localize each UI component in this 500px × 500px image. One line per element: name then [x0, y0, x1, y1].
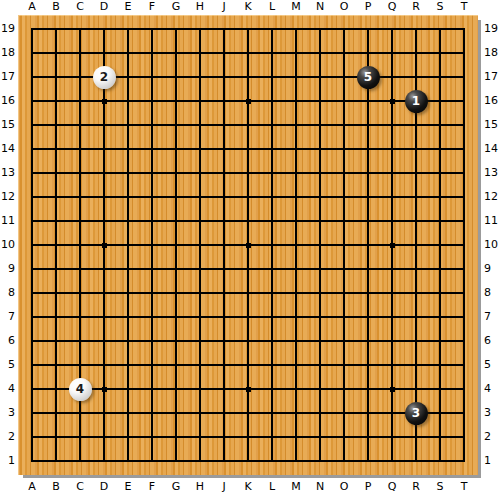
intersection-Q11[interactable] [380, 209, 404, 233]
intersection-H13[interactable] [188, 161, 212, 185]
intersection-L18[interactable] [260, 41, 284, 65]
intersection-J17[interactable] [212, 65, 236, 89]
intersection-O13[interactable] [332, 161, 356, 185]
intersection-J8[interactable] [212, 281, 236, 305]
intersection-A10[interactable] [20, 233, 44, 257]
intersection-N12[interactable] [308, 185, 332, 209]
intersection-B4[interactable] [44, 377, 68, 401]
intersection-K12[interactable] [236, 185, 260, 209]
intersection-G19[interactable] [164, 17, 188, 41]
intersection-R7[interactable] [404, 305, 428, 329]
intersection-R13[interactable] [404, 161, 428, 185]
intersection-G2[interactable] [164, 425, 188, 449]
intersection-G10[interactable] [164, 233, 188, 257]
intersection-P15[interactable] [356, 113, 380, 137]
intersection-H10[interactable] [188, 233, 212, 257]
intersection-H3[interactable] [188, 401, 212, 425]
intersection-C7[interactable] [68, 305, 92, 329]
intersection-Q3[interactable] [380, 401, 404, 425]
intersection-R5[interactable] [404, 353, 428, 377]
intersection-P6[interactable] [356, 329, 380, 353]
intersection-F14[interactable] [140, 137, 164, 161]
intersection-R12[interactable] [404, 185, 428, 209]
intersection-T7[interactable] [452, 305, 476, 329]
intersection-F16[interactable] [140, 89, 164, 113]
intersection-S5[interactable] [428, 353, 452, 377]
intersection-C10[interactable] [68, 233, 92, 257]
intersection-E14[interactable] [116, 137, 140, 161]
intersection-M6[interactable] [284, 329, 308, 353]
intersection-P14[interactable] [356, 137, 380, 161]
intersection-C19[interactable] [68, 17, 92, 41]
intersection-H14[interactable] [188, 137, 212, 161]
intersection-J11[interactable] [212, 209, 236, 233]
intersection-H2[interactable] [188, 425, 212, 449]
intersection-G16[interactable] [164, 89, 188, 113]
intersection-G14[interactable] [164, 137, 188, 161]
intersection-M8[interactable] [284, 281, 308, 305]
intersection-T1[interactable] [452, 449, 476, 473]
intersection-K19[interactable] [236, 17, 260, 41]
intersection-G12[interactable] [164, 185, 188, 209]
intersection-O4[interactable] [332, 377, 356, 401]
intersection-J7[interactable] [212, 305, 236, 329]
intersection-E12[interactable] [116, 185, 140, 209]
intersection-K7[interactable] [236, 305, 260, 329]
intersection-O12[interactable] [332, 185, 356, 209]
intersection-R3[interactable]: 3 [404, 401, 428, 425]
intersection-A2[interactable] [20, 425, 44, 449]
intersection-E11[interactable] [116, 209, 140, 233]
intersection-T10[interactable] [452, 233, 476, 257]
intersection-D9[interactable] [92, 257, 116, 281]
intersection-T15[interactable] [452, 113, 476, 137]
intersection-L8[interactable] [260, 281, 284, 305]
intersection-T9[interactable] [452, 257, 476, 281]
intersection-R19[interactable] [404, 17, 428, 41]
intersection-B13[interactable] [44, 161, 68, 185]
intersection-O6[interactable] [332, 329, 356, 353]
intersection-F12[interactable] [140, 185, 164, 209]
intersection-N19[interactable] [308, 17, 332, 41]
intersection-K9[interactable] [236, 257, 260, 281]
intersection-K5[interactable] [236, 353, 260, 377]
intersection-F7[interactable] [140, 305, 164, 329]
intersection-B16[interactable] [44, 89, 68, 113]
intersection-P19[interactable] [356, 17, 380, 41]
intersection-M2[interactable] [284, 425, 308, 449]
intersection-R14[interactable] [404, 137, 428, 161]
intersection-F1[interactable] [140, 449, 164, 473]
intersection-P10[interactable] [356, 233, 380, 257]
intersection-S1[interactable] [428, 449, 452, 473]
intersection-P16[interactable] [356, 89, 380, 113]
intersection-T4[interactable] [452, 377, 476, 401]
intersection-B5[interactable] [44, 353, 68, 377]
intersection-Q18[interactable] [380, 41, 404, 65]
intersection-B10[interactable] [44, 233, 68, 257]
intersection-Q10[interactable] [380, 233, 404, 257]
intersection-P1[interactable] [356, 449, 380, 473]
intersection-N1[interactable] [308, 449, 332, 473]
intersection-O16[interactable] [332, 89, 356, 113]
intersection-C5[interactable] [68, 353, 92, 377]
intersection-P5[interactable] [356, 353, 380, 377]
intersection-Q7[interactable] [380, 305, 404, 329]
intersection-A7[interactable] [20, 305, 44, 329]
intersection-F2[interactable] [140, 425, 164, 449]
intersection-E18[interactable] [116, 41, 140, 65]
intersection-K6[interactable] [236, 329, 260, 353]
intersection-H19[interactable] [188, 17, 212, 41]
intersection-R16[interactable]: 1 [404, 89, 428, 113]
intersection-R18[interactable] [404, 41, 428, 65]
intersection-L3[interactable] [260, 401, 284, 425]
intersection-L13[interactable] [260, 161, 284, 185]
intersection-A8[interactable] [20, 281, 44, 305]
intersection-S14[interactable] [428, 137, 452, 161]
intersection-M12[interactable] [284, 185, 308, 209]
intersection-P18[interactable] [356, 41, 380, 65]
intersection-Q6[interactable] [380, 329, 404, 353]
intersection-D12[interactable] [92, 185, 116, 209]
intersection-G11[interactable] [164, 209, 188, 233]
intersection-R9[interactable] [404, 257, 428, 281]
intersection-C12[interactable] [68, 185, 92, 209]
intersection-F17[interactable] [140, 65, 164, 89]
intersection-E5[interactable] [116, 353, 140, 377]
intersection-N11[interactable] [308, 209, 332, 233]
intersection-T6[interactable] [452, 329, 476, 353]
intersection-C8[interactable] [68, 281, 92, 305]
intersection-H11[interactable] [188, 209, 212, 233]
intersection-P3[interactable] [356, 401, 380, 425]
intersection-S16[interactable] [428, 89, 452, 113]
intersection-M13[interactable] [284, 161, 308, 185]
intersection-C1[interactable] [68, 449, 92, 473]
intersection-M14[interactable] [284, 137, 308, 161]
intersection-D13[interactable] [92, 161, 116, 185]
intersection-L19[interactable] [260, 17, 284, 41]
intersection-O15[interactable] [332, 113, 356, 137]
intersection-K15[interactable] [236, 113, 260, 137]
intersection-G9[interactable] [164, 257, 188, 281]
intersection-J13[interactable] [212, 161, 236, 185]
intersection-F8[interactable] [140, 281, 164, 305]
intersection-D19[interactable] [92, 17, 116, 41]
intersection-S6[interactable] [428, 329, 452, 353]
intersection-O14[interactable] [332, 137, 356, 161]
intersection-E6[interactable] [116, 329, 140, 353]
intersection-J12[interactable] [212, 185, 236, 209]
intersection-A3[interactable] [20, 401, 44, 425]
intersection-J1[interactable] [212, 449, 236, 473]
intersection-J9[interactable] [212, 257, 236, 281]
intersection-D6[interactable] [92, 329, 116, 353]
intersection-H18[interactable] [188, 41, 212, 65]
intersection-G6[interactable] [164, 329, 188, 353]
intersection-N10[interactable] [308, 233, 332, 257]
intersection-E17[interactable] [116, 65, 140, 89]
intersection-H12[interactable] [188, 185, 212, 209]
intersection-S15[interactable] [428, 113, 452, 137]
intersection-O11[interactable] [332, 209, 356, 233]
intersection-N6[interactable] [308, 329, 332, 353]
intersection-D17[interactable]: 2 [92, 65, 116, 89]
intersection-R1[interactable] [404, 449, 428, 473]
intersection-A19[interactable] [20, 17, 44, 41]
intersection-P13[interactable] [356, 161, 380, 185]
intersection-A1[interactable] [20, 449, 44, 473]
intersection-H15[interactable] [188, 113, 212, 137]
intersection-N7[interactable] [308, 305, 332, 329]
intersection-H4[interactable] [188, 377, 212, 401]
intersection-E10[interactable] [116, 233, 140, 257]
intersection-P17[interactable]: 5 [356, 65, 380, 89]
intersection-K17[interactable] [236, 65, 260, 89]
intersection-S3[interactable] [428, 401, 452, 425]
intersection-D2[interactable] [92, 425, 116, 449]
intersection-R11[interactable] [404, 209, 428, 233]
intersection-A13[interactable] [20, 161, 44, 185]
intersection-K11[interactable] [236, 209, 260, 233]
intersection-D3[interactable] [92, 401, 116, 425]
intersection-T19[interactable] [452, 17, 476, 41]
intersection-A18[interactable] [20, 41, 44, 65]
intersection-Q13[interactable] [380, 161, 404, 185]
intersection-N9[interactable] [308, 257, 332, 281]
intersection-N3[interactable] [308, 401, 332, 425]
intersection-L15[interactable] [260, 113, 284, 137]
intersection-N4[interactable] [308, 377, 332, 401]
intersection-G7[interactable] [164, 305, 188, 329]
intersection-Q12[interactable] [380, 185, 404, 209]
intersection-A9[interactable] [20, 257, 44, 281]
intersection-A16[interactable] [20, 89, 44, 113]
intersection-A4[interactable] [20, 377, 44, 401]
intersection-F19[interactable] [140, 17, 164, 41]
intersection-K2[interactable] [236, 425, 260, 449]
intersection-K16[interactable] [236, 89, 260, 113]
intersection-B18[interactable] [44, 41, 68, 65]
intersection-F5[interactable] [140, 353, 164, 377]
intersection-B17[interactable] [44, 65, 68, 89]
intersection-K8[interactable] [236, 281, 260, 305]
intersection-B19[interactable] [44, 17, 68, 41]
intersection-A17[interactable] [20, 65, 44, 89]
intersection-G13[interactable] [164, 161, 188, 185]
intersection-P4[interactable] [356, 377, 380, 401]
intersection-M19[interactable] [284, 17, 308, 41]
intersection-A11[interactable] [20, 209, 44, 233]
intersection-J18[interactable] [212, 41, 236, 65]
intersection-J15[interactable] [212, 113, 236, 137]
intersection-P2[interactable] [356, 425, 380, 449]
intersection-E16[interactable] [116, 89, 140, 113]
intersection-M3[interactable] [284, 401, 308, 425]
intersection-N18[interactable] [308, 41, 332, 65]
intersection-L7[interactable] [260, 305, 284, 329]
intersection-C3[interactable] [68, 401, 92, 425]
intersection-R2[interactable] [404, 425, 428, 449]
intersection-M18[interactable] [284, 41, 308, 65]
intersection-G1[interactable] [164, 449, 188, 473]
intersection-D10[interactable] [92, 233, 116, 257]
intersection-Q19[interactable] [380, 17, 404, 41]
intersection-M10[interactable] [284, 233, 308, 257]
intersection-J6[interactable] [212, 329, 236, 353]
intersection-N13[interactable] [308, 161, 332, 185]
intersection-K3[interactable] [236, 401, 260, 425]
intersection-Q5[interactable] [380, 353, 404, 377]
intersection-J19[interactable] [212, 17, 236, 41]
intersection-H6[interactable] [188, 329, 212, 353]
intersection-K14[interactable] [236, 137, 260, 161]
intersection-M4[interactable] [284, 377, 308, 401]
intersection-Q16[interactable] [380, 89, 404, 113]
intersection-F9[interactable] [140, 257, 164, 281]
intersection-K13[interactable] [236, 161, 260, 185]
intersection-F10[interactable] [140, 233, 164, 257]
intersection-Q14[interactable] [380, 137, 404, 161]
intersection-K18[interactable] [236, 41, 260, 65]
intersection-F18[interactable] [140, 41, 164, 65]
intersection-P11[interactable] [356, 209, 380, 233]
intersection-D15[interactable] [92, 113, 116, 137]
intersection-J16[interactable] [212, 89, 236, 113]
intersection-R15[interactable] [404, 113, 428, 137]
intersection-E3[interactable] [116, 401, 140, 425]
intersection-D5[interactable] [92, 353, 116, 377]
intersection-J5[interactable] [212, 353, 236, 377]
intersection-Q8[interactable] [380, 281, 404, 305]
intersection-E15[interactable] [116, 113, 140, 137]
intersection-S10[interactable] [428, 233, 452, 257]
intersection-G8[interactable] [164, 281, 188, 305]
intersection-G5[interactable] [164, 353, 188, 377]
intersection-O5[interactable] [332, 353, 356, 377]
intersection-G15[interactable] [164, 113, 188, 137]
intersection-S12[interactable] [428, 185, 452, 209]
intersection-R17[interactable] [404, 65, 428, 89]
intersection-L2[interactable] [260, 425, 284, 449]
intersection-L16[interactable] [260, 89, 284, 113]
intersection-D4[interactable] [92, 377, 116, 401]
intersection-S17[interactable] [428, 65, 452, 89]
intersection-E19[interactable] [116, 17, 140, 41]
intersection-A12[interactable] [20, 185, 44, 209]
intersection-K4[interactable] [236, 377, 260, 401]
intersection-S11[interactable] [428, 209, 452, 233]
intersection-G17[interactable] [164, 65, 188, 89]
intersection-N5[interactable] [308, 353, 332, 377]
intersection-B8[interactable] [44, 281, 68, 305]
intersection-C17[interactable] [68, 65, 92, 89]
intersection-L1[interactable] [260, 449, 284, 473]
intersection-N14[interactable] [308, 137, 332, 161]
intersection-F13[interactable] [140, 161, 164, 185]
intersection-J14[interactable] [212, 137, 236, 161]
intersection-N16[interactable] [308, 89, 332, 113]
intersection-M5[interactable] [284, 353, 308, 377]
intersection-T12[interactable] [452, 185, 476, 209]
intersection-S9[interactable] [428, 257, 452, 281]
intersection-F4[interactable] [140, 377, 164, 401]
intersection-A14[interactable] [20, 137, 44, 161]
intersection-P8[interactable] [356, 281, 380, 305]
intersection-C18[interactable] [68, 41, 92, 65]
intersection-Q2[interactable] [380, 425, 404, 449]
intersection-G4[interactable] [164, 377, 188, 401]
intersection-J10[interactable] [212, 233, 236, 257]
intersection-O19[interactable] [332, 17, 356, 41]
intersection-M16[interactable] [284, 89, 308, 113]
intersection-E13[interactable] [116, 161, 140, 185]
intersection-B1[interactable] [44, 449, 68, 473]
intersection-E1[interactable] [116, 449, 140, 473]
intersection-E4[interactable] [116, 377, 140, 401]
intersection-D7[interactable] [92, 305, 116, 329]
intersection-B3[interactable] [44, 401, 68, 425]
intersection-N15[interactable] [308, 113, 332, 137]
intersection-S4[interactable] [428, 377, 452, 401]
intersection-B11[interactable] [44, 209, 68, 233]
intersection-M1[interactable] [284, 449, 308, 473]
intersection-Q9[interactable] [380, 257, 404, 281]
intersection-E8[interactable] [116, 281, 140, 305]
intersection-Q17[interactable] [380, 65, 404, 89]
intersection-O1[interactable] [332, 449, 356, 473]
intersection-B9[interactable] [44, 257, 68, 281]
intersection-H5[interactable] [188, 353, 212, 377]
intersection-G3[interactable] [164, 401, 188, 425]
intersection-C9[interactable] [68, 257, 92, 281]
intersection-C13[interactable] [68, 161, 92, 185]
intersection-O10[interactable] [332, 233, 356, 257]
intersection-E7[interactable] [116, 305, 140, 329]
intersection-R8[interactable] [404, 281, 428, 305]
intersection-L11[interactable] [260, 209, 284, 233]
intersection-B12[interactable] [44, 185, 68, 209]
intersection-D8[interactable] [92, 281, 116, 305]
intersection-T13[interactable] [452, 161, 476, 185]
intersection-O3[interactable] [332, 401, 356, 425]
intersection-M11[interactable] [284, 209, 308, 233]
intersection-P9[interactable] [356, 257, 380, 281]
intersection-O17[interactable] [332, 65, 356, 89]
intersection-L4[interactable] [260, 377, 284, 401]
intersection-H16[interactable] [188, 89, 212, 113]
intersection-C16[interactable] [68, 89, 92, 113]
intersection-T3[interactable] [452, 401, 476, 425]
intersection-Q15[interactable] [380, 113, 404, 137]
intersection-O18[interactable] [332, 41, 356, 65]
intersection-Q1[interactable] [380, 449, 404, 473]
intersection-N17[interactable] [308, 65, 332, 89]
intersection-L17[interactable] [260, 65, 284, 89]
intersection-L9[interactable] [260, 257, 284, 281]
intersection-Q4[interactable] [380, 377, 404, 401]
intersection-E2[interactable] [116, 425, 140, 449]
intersection-C6[interactable] [68, 329, 92, 353]
intersection-S7[interactable] [428, 305, 452, 329]
intersection-B7[interactable] [44, 305, 68, 329]
intersection-J2[interactable] [212, 425, 236, 449]
intersection-T14[interactable] [452, 137, 476, 161]
intersection-D16[interactable] [92, 89, 116, 113]
intersection-O8[interactable] [332, 281, 356, 305]
intersection-L6[interactable] [260, 329, 284, 353]
